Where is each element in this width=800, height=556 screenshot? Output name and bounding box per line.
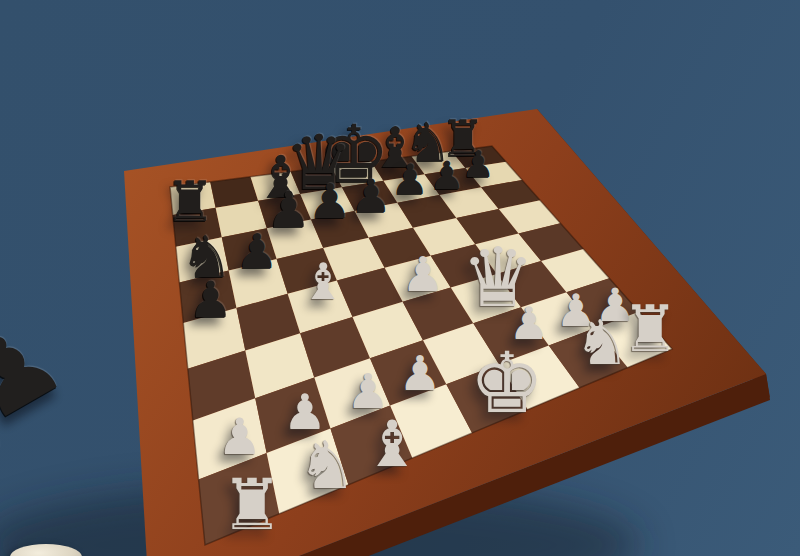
piece-black-pawn-f7[interactable]: ♟ (391, 159, 429, 201)
piece-white-bishop-c4[interactable]: ♝ (301, 257, 346, 307)
piece-black-rook-a8[interactable]: ♜ (165, 174, 215, 230)
piece-black-pawn-e7[interactable]: ♟ (350, 173, 391, 219)
piece-black-pawn-a5[interactable]: ♟ (189, 275, 234, 325)
piece-black-pawn-d7[interactable]: ♟ (308, 177, 351, 225)
piece-black-pawn-b6[interactable]: ♟ (235, 227, 278, 275)
chess-app-scene: ♜♞♝♟♚♛♟♟♝♟♟♜♟♟♞♟♝♛♟♟♟♟♜♞♟♟♚♟♟♝♞♜♟♟ (0, 0, 800, 556)
piece-white-king-e1[interactable]: ♚ (469, 341, 544, 425)
piece-white-pawn-e4[interactable]: ♟ (401, 250, 444, 298)
piece-black-pawn-g7[interactable]: ♟ (430, 156, 465, 195)
piece-black-pawn-h7[interactable]: ♟ (461, 146, 494, 183)
piece-white-rook-a1[interactable]: ♜ (221, 470, 284, 540)
piece-white-bishop-c1[interactable]: ♝ (363, 412, 420, 476)
piece-white-pawn-a2[interactable]: ♟ (218, 412, 263, 462)
piece-white-knight-b1[interactable]: ♞ (297, 433, 356, 499)
piece-white-knight-g1[interactable]: ♞ (574, 312, 630, 374)
piece-white-pawn-d2[interactable]: ♟ (398, 349, 441, 397)
